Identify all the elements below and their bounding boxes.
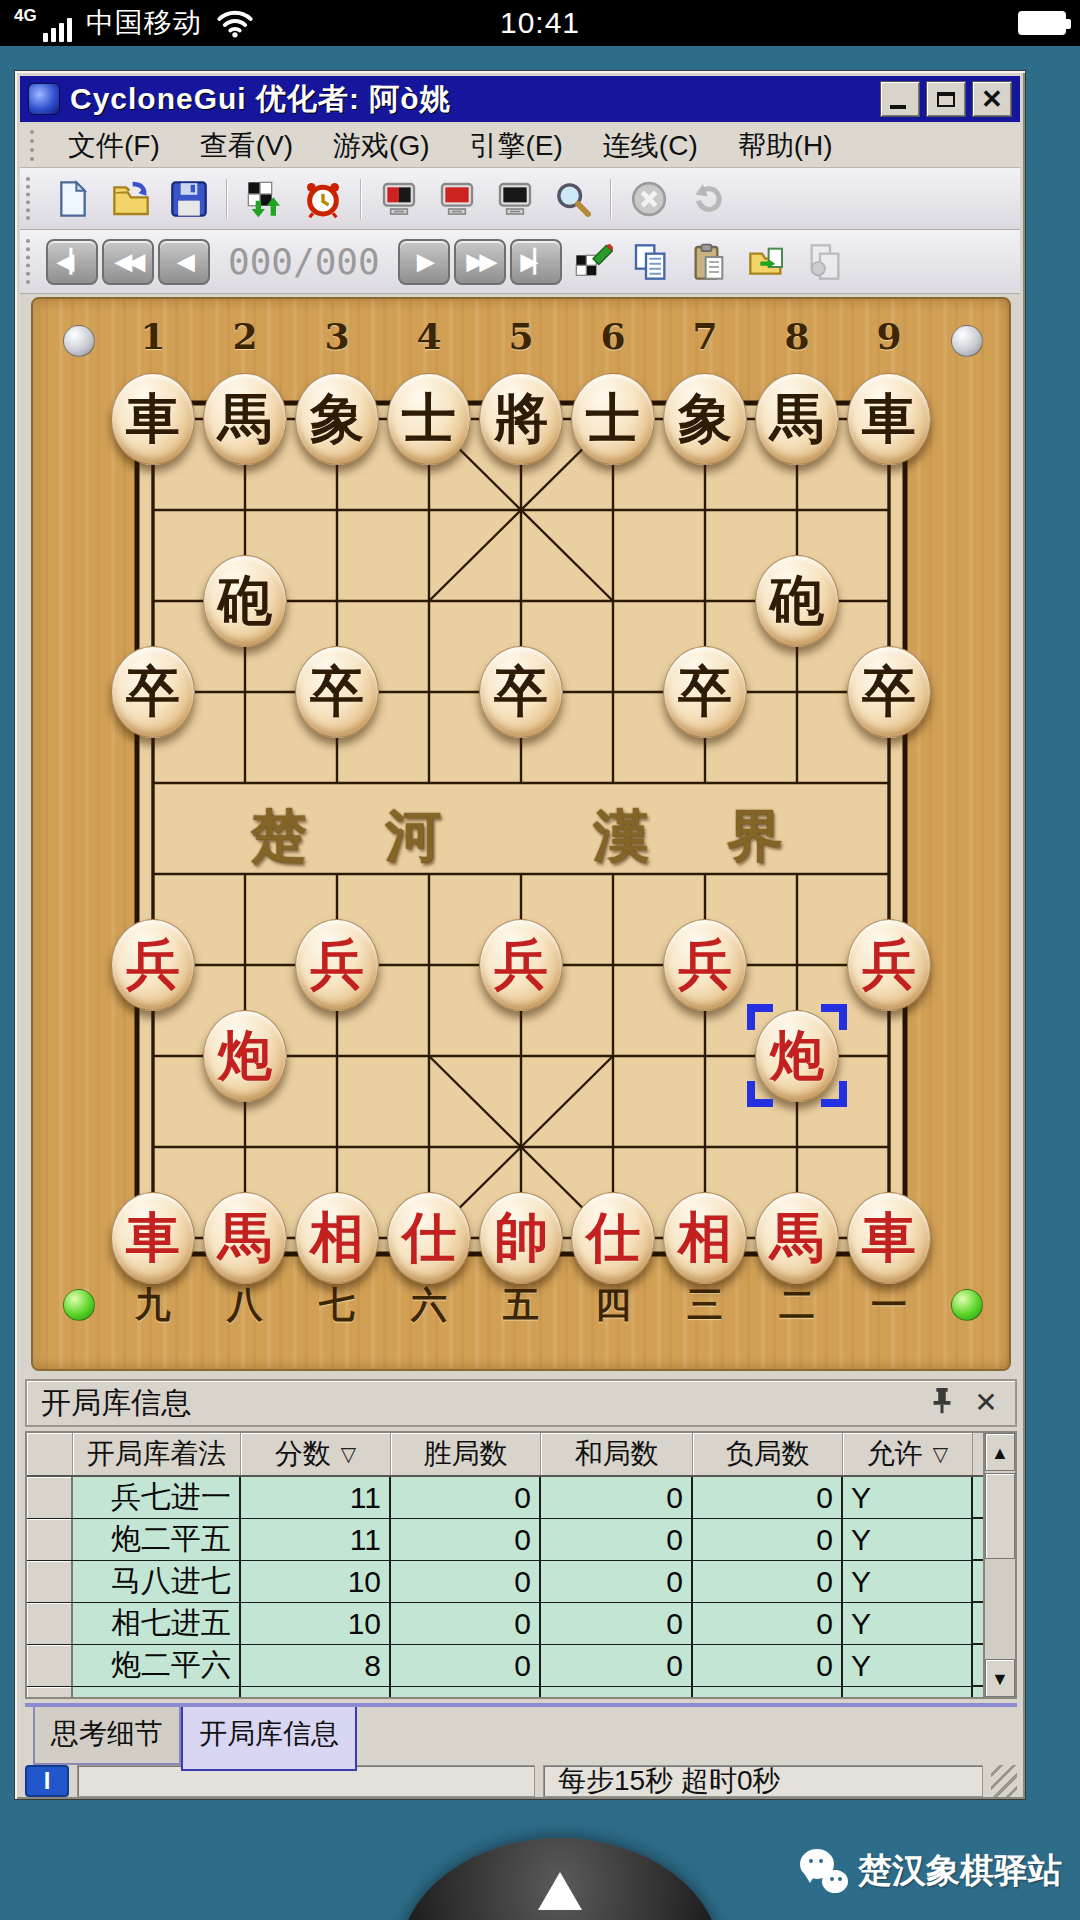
cancel-button[interactable] — [622, 173, 676, 225]
up-arrow-icon — [538, 1872, 582, 1910]
piece-red-帥[interactable]: 帥 — [479, 1192, 563, 1284]
file-label: 四 — [567, 1281, 659, 1330]
piece-red-馬[interactable]: 馬 — [755, 1192, 839, 1284]
minimize-button[interactable] — [880, 81, 920, 117]
fast-back-button[interactable]: ◀◀ — [102, 239, 154, 285]
piece-black-卒[interactable]: 卒 — [479, 646, 563, 738]
board-point[interactable]: 卒 — [659, 646, 751, 737]
tab-思考细节[interactable]: 思考细节 — [33, 1707, 181, 1765]
file-labels-top: 123456789 — [107, 315, 935, 357]
dock-close-icon[interactable]: ✕ — [971, 1388, 1001, 1418]
menu-item[interactable]: 引擎(E) — [452, 125, 581, 167]
board-point[interactable]: 馬 — [199, 373, 291, 464]
board-point[interactable]: 卒 — [291, 646, 383, 737]
file-label: 3 — [291, 315, 383, 357]
piece-black-象[interactable]: 象 — [663, 373, 747, 465]
table-cell: 相七进五 — [73, 1603, 241, 1644]
file-label: 2 — [199, 315, 291, 357]
file-label: 七 — [291, 1281, 383, 1330]
table-row[interactable]: 炮二平六8000Y — [27, 1645, 1015, 1687]
board-point[interactable]: 馬 — [751, 1192, 843, 1283]
piece-glyph: 相 — [310, 1210, 364, 1264]
piece-glyph: 將 — [494, 391, 548, 445]
corner-orb — [951, 325, 983, 357]
piece-black-卒[interactable]: 卒 — [847, 646, 931, 738]
table-cell — [843, 1687, 973, 1699]
corner-orb — [63, 325, 95, 357]
table-cell: 炮二平五 — [73, 1519, 241, 1560]
board-point[interactable]: 馬 — [751, 373, 843, 464]
piece-red-兵[interactable]: 兵 — [111, 919, 195, 1011]
table-cell: 0 — [391, 1477, 541, 1518]
selection-bracket — [821, 1081, 847, 1107]
piece-glyph: 相 — [678, 1210, 732, 1264]
file-label: 8 — [751, 315, 843, 357]
menu-bar: 文件(F)查看(V)游戏(G)引擎(E)连线(C)帮助(H) — [20, 124, 1020, 168]
piece-glyph: 砲 — [218, 573, 272, 627]
window-title: CycloneGui 优化者: 阿ò姚 — [70, 79, 870, 120]
xiangqi-board: 123456789 九八七六五四三二一 楚河 漢界 車馬象士將士象馬車砲砲卒卒卒… — [31, 297, 1011, 1371]
piece-black-馬[interactable]: 馬 — [755, 373, 839, 465]
selection-bracket — [747, 1004, 773, 1030]
table-cell — [241, 1687, 391, 1699]
row-header-cell[interactable] — [27, 1519, 73, 1560]
info-icon: I — [25, 1765, 69, 1797]
piece-glyph: 炮 — [218, 1028, 272, 1082]
piece-black-將[interactable]: 將 — [479, 373, 563, 465]
sort-indicator[interactable]: ▽ — [933, 1442, 948, 1466]
new-file-button[interactable] — [46, 173, 100, 225]
table-cell: 10 — [241, 1603, 391, 1644]
table-cell: Y — [843, 1477, 973, 1518]
table-row[interactable]: 马八进七10000Y — [27, 1561, 1015, 1603]
status-field-timer: 每步15秒 超时0秒 — [543, 1765, 983, 1797]
file-label: 六 — [383, 1281, 475, 1330]
piece-glyph: 兵 — [126, 937, 180, 991]
board-point[interactable]: 兵 — [843, 919, 935, 1010]
row-header-cell — [27, 1687, 73, 1699]
piece-red-兵[interactable]: 兵 — [295, 919, 379, 1011]
board-point[interactable]: 車 — [107, 373, 199, 464]
search-button[interactable] — [546, 173, 600, 225]
next-move-button[interactable]: ▶ — [398, 239, 450, 285]
menu-item[interactable]: 游戏(G) — [315, 125, 447, 167]
piece-red-相[interactable]: 相 — [295, 1192, 379, 1284]
table-cell: 0 — [541, 1477, 693, 1518]
dock-panel-header: 开局库信息 ✕ — [25, 1379, 1017, 1427]
table-cell: 兵七进一 — [73, 1477, 241, 1518]
board-point[interactable]: 車 — [843, 373, 935, 464]
row-header-cell[interactable] — [27, 1645, 73, 1686]
table-row[interactable]: 炮二平五11000Y — [27, 1519, 1015, 1561]
piece-red-車[interactable]: 車 — [847, 1192, 931, 1284]
piece-glyph: 車 — [126, 1210, 180, 1264]
board-point[interactable]: 砲 — [199, 555, 291, 646]
board-black-button[interactable] — [488, 173, 542, 225]
piece-glyph: 車 — [126, 391, 180, 445]
column-header[interactable]: 胜局数 — [391, 1433, 541, 1475]
table-cell: 0 — [693, 1477, 843, 1518]
board-point[interactable]: 兵 — [659, 919, 751, 1010]
row-header-cell[interactable] — [27, 1477, 73, 1518]
maximize-button[interactable] — [926, 81, 966, 117]
table-cell: Y — [843, 1561, 973, 1602]
row-header-cell[interactable] — [27, 1561, 73, 1602]
table-cell: 0 — [693, 1645, 843, 1686]
piece-black-砲[interactable]: 砲 — [203, 555, 287, 647]
opening-book-table: 开局库着法分数▽胜局数和局数负局数允许▽ 兵七进一11000Y炮二平五11000… — [25, 1431, 1017, 1699]
table-cell — [693, 1687, 843, 1699]
board-red-black-button[interactable] — [372, 173, 426, 225]
table-cell — [73, 1687, 241, 1699]
piece-red-仕[interactable]: 仕 — [571, 1192, 655, 1284]
file-label: 八 — [199, 1281, 291, 1330]
pin-icon[interactable] — [927, 1386, 957, 1420]
app-window: CycloneGui 优化者: 阿ò姚 ✕ 文件(F)查看(V)游戏(G)引擎(… — [14, 70, 1026, 1800]
piece-black-馬[interactable]: 馬 — [203, 373, 287, 465]
piece-glyph: 車 — [862, 1210, 916, 1264]
copy-button[interactable] — [624, 236, 678, 288]
piece-glyph: 卒 — [494, 664, 548, 718]
table-cell: 0 — [541, 1561, 693, 1602]
piece-glyph: 兵 — [310, 937, 364, 991]
table-cell: 0 — [391, 1519, 541, 1560]
board-point[interactable]: 卒 — [475, 646, 567, 737]
column-header[interactable]: 开局库着法 — [73, 1433, 241, 1475]
file-label: 三 — [659, 1281, 751, 1330]
piece-red-兵[interactable]: 兵 — [479, 919, 563, 1011]
board-point[interactable]: 兵 — [475, 919, 567, 1010]
file-label: 二 — [751, 1281, 843, 1330]
board-point[interactable]: 車 — [107, 1192, 199, 1283]
piece-red-馬[interactable]: 馬 — [203, 1192, 287, 1284]
row-header-cell[interactable] — [27, 1603, 73, 1644]
engine-load-button[interactable] — [238, 173, 292, 225]
piece-glyph: 馬 — [218, 391, 272, 445]
table-cell: 0 — [693, 1603, 843, 1644]
corner-orb — [951, 1289, 983, 1321]
menu-item[interactable]: 帮助(H) — [720, 125, 851, 167]
table-cell: 10 — [241, 1561, 391, 1602]
wechat-icon — [800, 1849, 848, 1893]
battery-icon — [1018, 11, 1066, 35]
title-bar: CycloneGui 优化者: 阿ò姚 ✕ — [20, 76, 1020, 122]
table-cell — [541, 1687, 693, 1699]
file-label: 9 — [843, 315, 935, 357]
table-cell: 8 — [241, 1645, 391, 1686]
file-label: 五 — [475, 1281, 567, 1330]
piece-grid: 車馬象士將士象馬車砲砲卒卒卒卒卒兵兵兵兵兵炮炮車馬相仕帥仕相馬車 — [107, 373, 935, 1283]
board-point[interactable]: 相 — [291, 1192, 383, 1283]
table-cell: 11 — [241, 1477, 391, 1518]
column-header[interactable]: 分数▽ — [241, 1433, 391, 1475]
piece-red-車[interactable]: 車 — [111, 1192, 195, 1284]
table-cell: 0 — [391, 1561, 541, 1602]
window-status-bar: I 每步15秒 超时0秒 — [25, 1765, 1017, 1797]
bottom-tabs: 思考细节开局库信息 — [25, 1703, 1017, 1761]
last-move-button[interactable]: ▶▏ — [510, 239, 562, 285]
table-cell: 0 — [693, 1519, 843, 1560]
board-point[interactable]: 卒 — [843, 646, 935, 737]
table-cell: Y — [843, 1603, 973, 1644]
watermark-text: 楚汉象棋驿站 — [858, 1848, 1062, 1894]
board-point[interactable]: 馬 — [199, 1192, 291, 1283]
file-label: 1 — [107, 315, 199, 357]
save-file-button[interactable] — [162, 173, 216, 225]
toolbar-grip[interactable] — [26, 177, 36, 220]
scroll-up-button[interactable]: ▲ — [985, 1433, 1015, 1471]
piece-glyph: 卒 — [310, 664, 364, 718]
piece-glyph: 兵 — [494, 937, 548, 991]
table-cell — [391, 1687, 541, 1699]
board-point[interactable]: 仕 — [383, 1192, 475, 1283]
table-cell: 0 — [541, 1519, 693, 1560]
import-book-button[interactable] — [740, 236, 794, 288]
piece-glyph: 馬 — [770, 1210, 824, 1264]
file-label: 6 — [567, 315, 659, 357]
close-icon: ✕ — [981, 86, 1003, 112]
table-cell: 炮二平六 — [73, 1645, 241, 1686]
piece-glyph: 帥 — [494, 1210, 548, 1264]
table-body: 兵七进一11000Y炮二平五11000Y马八进七10000Y相七进五10000Y… — [27, 1477, 1015, 1699]
menu-item[interactable]: 文件(F) — [50, 125, 178, 167]
board-point[interactable]: 車 — [843, 1192, 935, 1283]
file-label: 5 — [475, 315, 567, 357]
menu-grip[interactable] — [30, 130, 40, 160]
vertical-scrollbar[interactable]: ▲ ▼ — [983, 1433, 1015, 1697]
piece-black-卒[interactable]: 卒 — [663, 646, 747, 738]
close-button[interactable]: ✕ — [972, 81, 1012, 117]
piece-red-兵[interactable]: 兵 — [847, 919, 931, 1011]
piece-black-士[interactable]: 士 — [387, 373, 471, 465]
piece-black-車[interactable]: 車 — [847, 373, 931, 465]
main-toolbar — [20, 168, 1020, 230]
resize-grip[interactable] — [991, 1765, 1017, 1797]
piece-red-相[interactable]: 相 — [663, 1192, 747, 1284]
export-book-button[interactable] — [798, 236, 852, 288]
table-cell: 马八进七 — [73, 1561, 241, 1602]
board-point[interactable]: 炮 — [751, 1010, 843, 1101]
table-cell: 0 — [541, 1645, 693, 1686]
table-cell: 11 — [241, 1519, 391, 1560]
clock: 10:41 — [0, 6, 1080, 40]
maximize-icon — [937, 92, 955, 107]
piece-glyph: 卒 — [126, 664, 180, 718]
file-label: 4 — [383, 315, 475, 357]
piece-glyph: 炮 — [770, 1028, 824, 1082]
file-label: 7 — [659, 315, 751, 357]
piece-glyph: 士 — [402, 391, 456, 445]
piece-glyph: 馬 — [770, 391, 824, 445]
paste-button[interactable] — [682, 236, 736, 288]
board-point[interactable]: 相 — [659, 1192, 751, 1283]
piece-black-士[interactable]: 士 — [571, 373, 655, 465]
piece-glyph: 砲 — [770, 573, 824, 627]
prev-move-button[interactable]: ◀ — [158, 239, 210, 285]
menu-item[interactable]: 查看(V) — [182, 125, 311, 167]
piece-red-炮[interactable]: 炮 — [203, 1010, 287, 1102]
column-header[interactable]: 负局数 — [693, 1433, 843, 1475]
timer-button[interactable] — [296, 173, 350, 225]
table-row[interactable]: 相七进五10000Y — [27, 1603, 1015, 1645]
selection-bracket — [821, 1004, 847, 1030]
board-point[interactable]: 士 — [567, 373, 659, 464]
column-header[interactable]: 和局数 — [541, 1433, 693, 1475]
board-point[interactable]: 砲 — [751, 555, 843, 646]
scroll-down-button[interactable]: ▼ — [985, 1659, 1015, 1697]
board-point[interactable]: 兵 — [291, 919, 383, 1010]
piece-glyph: 仕 — [402, 1210, 456, 1264]
table-cell: Y — [843, 1645, 973, 1686]
table-corner-cell — [27, 1433, 73, 1475]
piece-glyph: 卒 — [862, 664, 916, 718]
file-label: 一 — [843, 1281, 935, 1330]
file-labels-bottom: 九八七六五四三二一 — [107, 1281, 935, 1330]
phone-status-bar: 4G 中国移动 10:41 — [0, 0, 1080, 46]
column-header[interactable]: 允许▽ — [843, 1433, 973, 1475]
table-cell: 0 — [391, 1645, 541, 1686]
board-point[interactable]: 士 — [383, 373, 475, 464]
piece-black-車[interactable]: 車 — [111, 373, 195, 465]
menu-item[interactable]: 连线(C) — [585, 125, 716, 167]
app-icon — [28, 83, 60, 115]
selection-bracket — [747, 1081, 773, 1107]
piece-black-象[interactable]: 象 — [295, 373, 379, 465]
table-cell: 0 — [541, 1603, 693, 1644]
piece-red-仕[interactable]: 仕 — [387, 1192, 471, 1284]
table-cell: 0 — [391, 1603, 541, 1644]
table-header-row: 开局库着法分数▽胜局数和局数负局数允许▽ — [27, 1433, 1015, 1477]
nav-drawer-button[interactable] — [400, 1838, 720, 1920]
piece-glyph: 象 — [310, 391, 364, 445]
board-point[interactable]: 象 — [291, 373, 383, 464]
piece-black-卒[interactable]: 卒 — [295, 646, 379, 738]
first-move-button[interactable]: ◀▏ — [46, 239, 98, 285]
nav-toolbar: ◀▏ ◀◀ ◀ 000/000 ▶ ▶▶ ▶▏ — [20, 230, 1020, 294]
sort-indicator[interactable]: ▽ — [341, 1442, 356, 1466]
open-file-button[interactable] — [104, 173, 158, 225]
minimize-icon — [890, 105, 906, 109]
dock-panel-title: 开局库信息 — [41, 1383, 927, 1424]
table-row-clipped — [27, 1687, 1015, 1699]
piece-black-砲[interactable]: 砲 — [755, 555, 839, 647]
piece-glyph: 車 — [862, 391, 916, 445]
tab-开局库信息[interactable]: 开局库信息 — [181, 1707, 357, 1771]
board-red-button[interactable] — [430, 173, 484, 225]
piece-red-兵[interactable]: 兵 — [663, 919, 747, 1011]
board-point[interactable]: 象 — [659, 373, 751, 464]
corner-orb — [63, 1289, 95, 1321]
piece-glyph: 馬 — [218, 1210, 272, 1264]
board-point[interactable]: 兵 — [107, 919, 199, 1010]
watermark: 楚汉象棋驿站 — [800, 1848, 1062, 1894]
move-counter: 000/000 — [228, 241, 380, 282]
toolbar-grip-2[interactable] — [26, 239, 36, 283]
edit-position-button[interactable] — [566, 236, 620, 288]
undo-button[interactable] — [680, 173, 734, 225]
piece-glyph: 兵 — [862, 937, 916, 991]
piece-glyph: 士 — [586, 391, 640, 445]
piece-black-卒[interactable]: 卒 — [111, 646, 195, 738]
fast-forward-button[interactable]: ▶▶ — [454, 239, 506, 285]
board-point[interactable]: 仕 — [567, 1192, 659, 1283]
piece-glyph: 卒 — [678, 664, 732, 718]
table-row[interactable]: 兵七进一11000Y — [27, 1477, 1015, 1519]
piece-glyph: 象 — [678, 391, 732, 445]
scroll-thumb[interactable] — [985, 1473, 1015, 1559]
board-point[interactable]: 卒 — [107, 646, 199, 737]
board-point[interactable]: 炮 — [199, 1010, 291, 1101]
file-label: 九 — [107, 1281, 199, 1330]
table-cell: Y — [843, 1519, 973, 1560]
piece-glyph: 仕 — [586, 1210, 640, 1264]
board-point[interactable]: 帥 — [475, 1192, 567, 1283]
table-cell: 0 — [693, 1561, 843, 1602]
piece-glyph: 兵 — [678, 937, 732, 991]
board-point[interactable]: 將 — [475, 373, 567, 464]
